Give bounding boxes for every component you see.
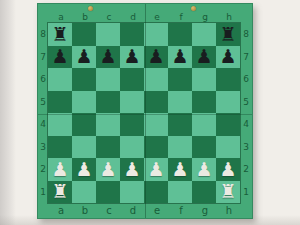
white-rook[interactable]: ♜	[220, 182, 237, 201]
square-d8[interactable]	[120, 23, 144, 46]
square-b1[interactable]	[72, 181, 96, 204]
square-c3[interactable]	[96, 136, 120, 159]
square-a7[interactable]: ♟	[48, 46, 72, 69]
black-pawn[interactable]: ♟	[100, 47, 117, 66]
square-c1[interactable]	[96, 181, 120, 204]
square-h3[interactable]	[216, 136, 240, 159]
white-pawn[interactable]: ♟	[76, 160, 93, 179]
square-a1[interactable]: ♜	[48, 181, 72, 204]
white-pawn[interactable]: ♟	[172, 160, 189, 179]
square-f6[interactable]	[168, 68, 192, 91]
black-rook[interactable]: ♜	[52, 25, 69, 44]
file-label: a	[49, 11, 73, 23]
file-label: c	[97, 203, 121, 218]
white-pawn[interactable]: ♟	[220, 160, 237, 179]
square-c8[interactable]	[96, 23, 120, 46]
square-f4[interactable]	[168, 113, 192, 136]
rank-label: 1	[240, 181, 252, 204]
square-b3[interactable]	[72, 136, 96, 159]
screw-icon	[88, 6, 93, 11]
rank-label: 2	[38, 158, 48, 181]
square-h8[interactable]: ♜	[216, 23, 240, 46]
square-a6[interactable]	[48, 68, 72, 91]
square-c4[interactable]	[96, 113, 120, 136]
square-e3[interactable]	[144, 136, 168, 159]
square-g6[interactable]	[192, 68, 216, 91]
corner-spacer	[38, 11, 49, 23]
square-h2[interactable]: ♟	[216, 158, 240, 181]
square-e7[interactable]: ♟	[144, 46, 168, 69]
square-h4[interactable]	[216, 113, 240, 136]
wall-shadow	[0, 0, 16, 225]
rank-label: 7	[38, 46, 48, 69]
square-d6[interactable]	[120, 68, 144, 91]
square-f8[interactable]	[168, 23, 192, 46]
square-g4[interactable]	[192, 113, 216, 136]
white-pawn[interactable]: ♟	[124, 160, 141, 179]
white-pawn[interactable]: ♟	[148, 160, 165, 179]
corner-spacer	[38, 203, 49, 218]
file-label: g	[193, 203, 217, 218]
square-b7[interactable]: ♟	[72, 46, 96, 69]
square-b6[interactable]	[72, 68, 96, 91]
square-g8[interactable]	[192, 23, 216, 46]
square-g2[interactable]: ♟	[192, 158, 216, 181]
file-label: b	[73, 11, 97, 23]
square-e5[interactable]	[144, 91, 168, 114]
demo-chess-board: abcdefgh 87654321 ♜♜♟♟♟♟♟♟♟♟♟♟♟♟♟♟♟♟♜♜ 8…	[37, 3, 253, 219]
rank-label: 4	[38, 113, 48, 136]
square-a2[interactable]: ♟	[48, 158, 72, 181]
file-label: h	[217, 11, 241, 23]
rank-label: 2	[240, 158, 252, 181]
square-h7[interactable]: ♟	[216, 46, 240, 69]
square-a4[interactable]	[48, 113, 72, 136]
square-d1[interactable]	[120, 181, 144, 204]
square-h1[interactable]: ♜	[216, 181, 240, 204]
square-h6[interactable]	[216, 68, 240, 91]
black-pawn[interactable]: ♟	[76, 47, 93, 66]
square-f2[interactable]: ♟	[168, 158, 192, 181]
square-a5[interactable]	[48, 91, 72, 114]
rank-label: 3	[38, 136, 48, 159]
rank-label: 8	[240, 23, 252, 46]
square-d5[interactable]	[120, 91, 144, 114]
square-f1[interactable]	[168, 181, 192, 204]
square-h5[interactable]	[216, 91, 240, 114]
rank-label: 6	[38, 68, 48, 91]
rank-label: 5	[240, 91, 252, 114]
square-a3[interactable]	[48, 136, 72, 159]
black-pawn[interactable]: ♟	[52, 47, 69, 66]
black-pawn[interactable]: ♟	[148, 47, 165, 66]
black-pawn[interactable]: ♟	[172, 47, 189, 66]
rank-labels-right: 87654321	[240, 23, 252, 203]
square-g7[interactable]: ♟	[192, 46, 216, 69]
white-pawn[interactable]: ♟	[52, 160, 69, 179]
white-pawn[interactable]: ♟	[100, 160, 117, 179]
square-c2[interactable]: ♟	[96, 158, 120, 181]
square-d2[interactable]: ♟	[120, 158, 144, 181]
rank-label: 5	[38, 91, 48, 114]
square-g5[interactable]	[192, 91, 216, 114]
file-label: b	[73, 203, 97, 218]
black-pawn[interactable]: ♟	[220, 47, 237, 66]
square-c6[interactable]	[96, 68, 120, 91]
square-g1[interactable]	[192, 181, 216, 204]
board-fold-seam-horizontal	[38, 114, 252, 115]
square-f7[interactable]: ♟	[168, 46, 192, 69]
square-e4[interactable]	[144, 113, 168, 136]
square-e8[interactable]	[144, 23, 168, 46]
square-f5[interactable]	[168, 91, 192, 114]
file-label: e	[145, 203, 169, 218]
file-label: f	[169, 203, 193, 218]
rank-labels-left: 87654321	[38, 23, 48, 203]
file-label: h	[217, 203, 241, 218]
rank-label: 1	[38, 181, 48, 204]
file-label: g	[193, 11, 217, 23]
square-e1[interactable]	[144, 181, 168, 204]
board-fold-seam-vertical	[145, 4, 146, 218]
rank-label: 3	[240, 136, 252, 159]
file-label: a	[49, 203, 73, 218]
square-d4[interactable]	[120, 113, 144, 136]
rank-label: 8	[38, 23, 48, 46]
white-pawn[interactable]: ♟	[196, 160, 213, 179]
square-e2[interactable]: ♟	[144, 158, 168, 181]
corner-spacer	[241, 11, 254, 23]
file-label: f	[169, 11, 193, 23]
square-a8[interactable]: ♜	[48, 23, 72, 46]
square-c7[interactable]: ♟	[96, 46, 120, 69]
screw-icon	[191, 6, 196, 11]
square-b8[interactable]	[72, 23, 96, 46]
corner-spacer	[241, 203, 254, 218]
file-label: c	[97, 11, 121, 23]
file-label: d	[121, 11, 145, 23]
rank-label: 4	[240, 113, 252, 136]
square-f3[interactable]	[168, 136, 192, 159]
file-label: e	[145, 11, 169, 23]
square-g3[interactable]	[192, 136, 216, 159]
black-pawn[interactable]: ♟	[196, 47, 213, 66]
square-c5[interactable]	[96, 91, 120, 114]
black-pawn[interactable]: ♟	[124, 47, 141, 66]
black-rook[interactable]: ♜	[220, 25, 237, 44]
file-label: d	[121, 203, 145, 218]
square-d7[interactable]: ♟	[120, 46, 144, 69]
square-e6[interactable]	[144, 68, 168, 91]
square-b5[interactable]	[72, 91, 96, 114]
square-d3[interactable]	[120, 136, 144, 159]
white-rook[interactable]: ♜	[52, 182, 69, 201]
square-b2[interactable]: ♟	[72, 158, 96, 181]
square-b4[interactable]	[72, 113, 96, 136]
rank-label: 7	[240, 46, 252, 69]
rank-label: 6	[240, 68, 252, 91]
